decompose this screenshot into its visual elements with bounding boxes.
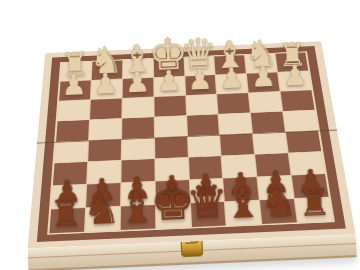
square-g6	[87, 161, 120, 184]
square-g8: ♞	[85, 207, 120, 232]
square-f1: ♝	[123, 59, 153, 78]
square-d3	[186, 94, 218, 115]
square-b1: ♞	[245, 54, 277, 73]
square-d2: ♟	[185, 75, 216, 95]
square-f2: ♟	[122, 78, 153, 98]
piece-white-bishop: ♝	[120, 40, 155, 78]
square-h7: ♟	[51, 185, 86, 209]
square-c7: ♟	[224, 177, 259, 201]
piece-white-bishop: ♝	[213, 36, 248, 74]
square-g1: ♞	[92, 60, 122, 79]
square-d7: ♟	[189, 179, 224, 203]
square-e2: ♟	[154, 76, 185, 96]
square-e8: ♚	[156, 204, 191, 229]
square-a5	[286, 131, 321, 153]
square-e3	[154, 96, 186, 117]
board-frame: ♜♞♝♚♛♝♞♜♟♟♟♟♟♟♟♟♟♟♟♟♟♟♟♟♜♞♝♚♛♝♞♜	[37, 46, 346, 242]
square-f3	[122, 97, 153, 118]
square-a1: ♜	[276, 52, 309, 71]
square-d1: ♛	[184, 56, 215, 75]
brass-clasp-icon	[181, 238, 204, 258]
square-d5	[188, 135, 221, 157]
chess-board: ♜♞♝♚♛♝♞♜♟♟♟♟♟♟♟♟♟♟♟♟♟♟♟♟♜♞♝♚♛♝♞♜	[28, 41, 356, 248]
square-d4	[187, 114, 220, 135]
square-f8: ♝	[120, 205, 154, 230]
square-a7: ♟	[292, 174, 329, 198]
square-b3	[249, 91, 282, 112]
square-h5	[55, 141, 88, 163]
square-c2: ♟	[216, 74, 248, 94]
square-b5	[253, 132, 288, 154]
square-f5	[121, 138, 153, 160]
photo-canvas: ♜♞♝♚♛♝♞♜♟♟♟♟♟♟♟♟♟♟♟♟♟♟♟♟♜♞♝♚♛♝♞♜	[0, 0, 360, 270]
square-f6	[121, 159, 154, 182]
piece-white-rook: ♜	[60, 47, 90, 80]
square-b8: ♞	[260, 199, 297, 224]
square-h3	[58, 100, 90, 121]
square-a6	[289, 152, 325, 175]
piece-white-rook: ♜	[277, 38, 307, 71]
brass-clasp-latch-icon	[185, 235, 199, 244]
square-h6	[53, 162, 87, 185]
square-b7: ♟	[258, 176, 294, 200]
square-b6	[255, 153, 290, 176]
piece-white-knight: ♞	[89, 41, 124, 79]
square-g3	[90, 98, 122, 119]
piece-white-queen: ♛	[179, 32, 218, 75]
square-e1: ♚	[154, 58, 184, 77]
square-c8: ♝	[225, 200, 261, 225]
piece-white-knight: ♞	[244, 34, 279, 72]
chess-set-photo: ♜♞♝♚♛♝♞♜♟♟♟♟♟♟♟♟♟♟♟♟♟♟♟♟♜♞♝♚♛♝♞♜	[31, 0, 344, 270]
board-grid: ♜♞♝♚♛♝♞♜♟♟♟♟♟♟♟♟♟♟♟♟♟♟♟♟♜♞♝♚♛♝♞♜	[49, 52, 332, 233]
square-e5	[155, 136, 188, 158]
square-a3	[281, 90, 315, 111]
square-d6	[188, 156, 222, 179]
square-h8: ♜	[49, 208, 85, 233]
square-c4	[219, 113, 252, 134]
square-b4	[251, 111, 285, 132]
square-c6	[222, 155, 257, 178]
square-g5	[88, 139, 121, 161]
square-h2: ♟	[59, 80, 91, 100]
square-e7: ♟	[155, 180, 189, 204]
square-f7: ♟	[121, 182, 155, 206]
square-h1: ♜	[61, 62, 92, 81]
square-h4	[56, 120, 89, 142]
square-e6	[155, 158, 188, 181]
square-a8: ♜	[295, 197, 333, 222]
square-e4	[154, 116, 186, 137]
piece-white-king: ♚	[147, 32, 188, 77]
square-c3	[217, 93, 250, 114]
square-f4	[122, 117, 154, 139]
square-g7: ♟	[86, 183, 120, 207]
square-g4	[89, 118, 121, 140]
square-c5	[220, 133, 254, 155]
square-g2: ♟	[91, 79, 122, 99]
square-a4	[283, 110, 317, 131]
square-b2: ♟	[247, 72, 280, 92]
square-c1: ♝	[215, 55, 246, 74]
square-d8: ♛	[190, 202, 225, 227]
square-a2: ♟	[278, 71, 311, 91]
